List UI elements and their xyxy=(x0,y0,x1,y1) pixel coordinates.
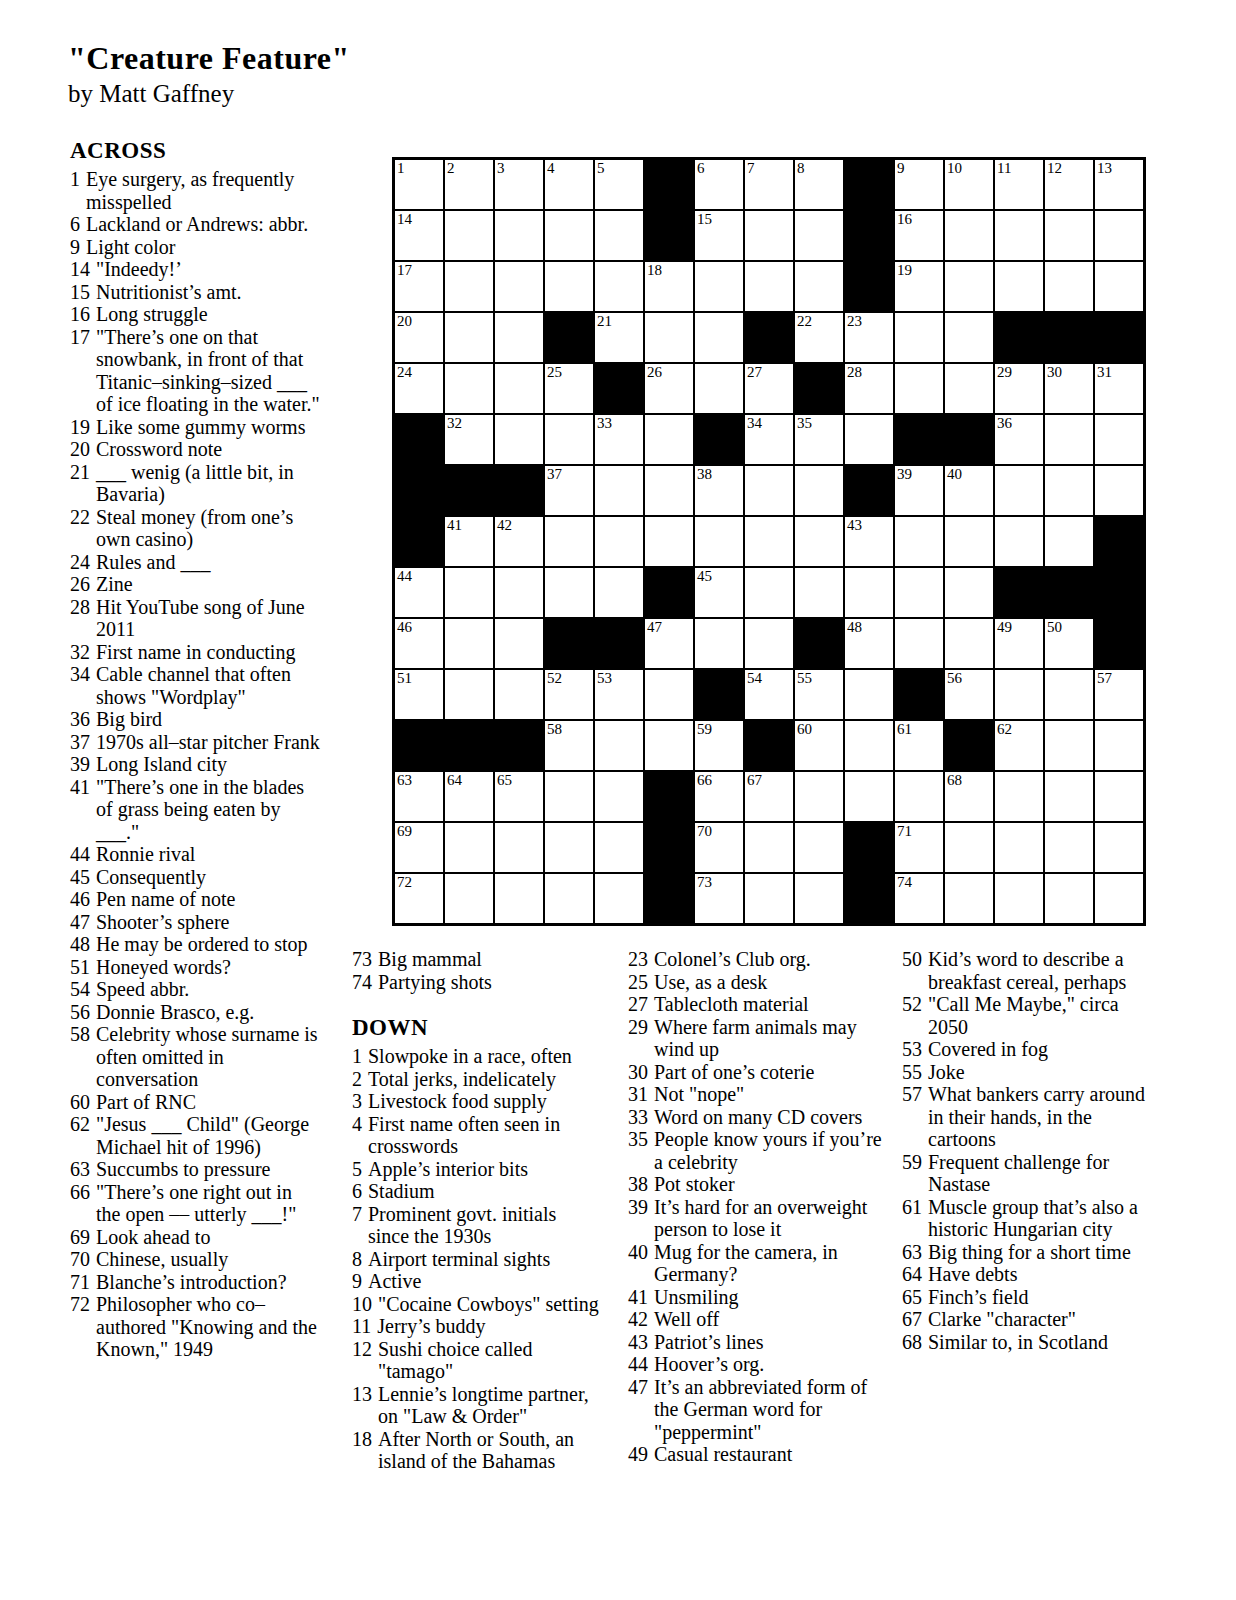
clue-number: 70 xyxy=(70,1248,90,1271)
cell-r12c9[interactable]: 60 xyxy=(794,720,844,771)
cell-r2c11[interactable]: 16 xyxy=(894,210,944,261)
cell-r5c14[interactable]: 30 xyxy=(1044,363,1094,414)
cell-r13c1[interactable]: 63 xyxy=(394,771,444,822)
cell-number: 19 xyxy=(897,262,912,279)
clue-text: Philosopher who co–authored "Knowing and… xyxy=(96,1293,320,1361)
cell-r9c7[interactable]: 45 xyxy=(694,567,744,618)
cell-r4c1[interactable]: 20 xyxy=(394,312,444,363)
cell-r14c12[interactable] xyxy=(944,822,994,873)
cell-r5c3[interactable] xyxy=(494,363,544,414)
cell-r13c7[interactable]: 66 xyxy=(694,771,744,822)
cell-r14c14[interactable] xyxy=(1044,822,1094,873)
down-clue-50: 50Kid’s word to describe a breakfast cer… xyxy=(902,948,1160,993)
down-clue-23: 23Colonel’s Club org. xyxy=(628,948,882,971)
cell-r12c13[interactable]: 62 xyxy=(994,720,1044,771)
cell-r10c3[interactable] xyxy=(494,618,544,669)
cell-r11c12[interactable]: 56 xyxy=(944,669,994,720)
cell-r13c2[interactable]: 64 xyxy=(444,771,494,822)
cell-r11c1[interactable]: 51 xyxy=(394,669,444,720)
across-clue-22: 22Steal money (from one’s own casino) xyxy=(70,506,320,551)
cell-r5c4[interactable]: 25 xyxy=(544,363,594,414)
clue-text: "There’s one right out in the open –– ut… xyxy=(96,1181,320,1226)
cell-r11c5[interactable]: 53 xyxy=(594,669,644,720)
cell-r13c9[interactable] xyxy=(794,771,844,822)
cell-r6c5[interactable]: 33 xyxy=(594,414,644,465)
cell-r9c12[interactable] xyxy=(944,567,994,618)
cell-r10c12[interactable] xyxy=(944,618,994,669)
clue-number: 49 xyxy=(628,1443,648,1466)
clue-number: 42 xyxy=(628,1308,648,1331)
clue-text: "Call Me Maybe," circa 2050 xyxy=(928,993,1160,1038)
clue-number: 35 xyxy=(628,1128,648,1173)
black-cell xyxy=(644,159,694,210)
cell-r9c9[interactable] xyxy=(794,567,844,618)
down-clue-59: 59Frequent challenge for Nastase xyxy=(902,1151,1160,1196)
cell-r2c9[interactable] xyxy=(794,210,844,261)
cell-r7c5[interactable] xyxy=(594,465,644,516)
cell-r9c11[interactable] xyxy=(894,567,944,618)
cell-r4c10[interactable]: 23 xyxy=(844,312,894,363)
down-clue-41: 41Unsmiling xyxy=(628,1286,882,1309)
black-cell xyxy=(944,414,994,465)
across-clue-20: 20Crossword note xyxy=(70,438,320,461)
clue-number: 72 xyxy=(70,1293,90,1361)
puzzle-title: "Creature Feature" xyxy=(68,40,350,76)
cell-number: 34 xyxy=(747,415,762,432)
cell-r3c3[interactable] xyxy=(494,261,544,312)
clue-number: 61 xyxy=(902,1196,922,1241)
cell-number: 36 xyxy=(997,415,1012,432)
cell-r2c2[interactable] xyxy=(444,210,494,261)
cell-r11c13[interactable] xyxy=(994,669,1044,720)
cell-r5c13[interactable]: 29 xyxy=(994,363,1044,414)
clue-number: 6 xyxy=(352,1180,362,1203)
black-cell xyxy=(494,720,544,771)
cell-number: 44 xyxy=(397,568,412,585)
cell-r3c15[interactable] xyxy=(1094,261,1144,312)
cell-r5c1[interactable]: 24 xyxy=(394,363,444,414)
cell-r8c5[interactable] xyxy=(594,516,644,567)
cell-r2c5[interactable] xyxy=(594,210,644,261)
cell-r3c14[interactable] xyxy=(1044,261,1094,312)
cell-r1c1[interactable]: 1 xyxy=(394,159,444,210)
cell-r13c15[interactable] xyxy=(1094,771,1144,822)
cell-r8c11[interactable] xyxy=(894,516,944,567)
cell-r15c1[interactable]: 72 xyxy=(394,873,444,924)
clue-number: 45 xyxy=(70,866,90,889)
cell-r14c3[interactable] xyxy=(494,822,544,873)
cell-r12c15[interactable] xyxy=(1094,720,1144,771)
cell-r15c7[interactable]: 73 xyxy=(694,873,744,924)
cell-r5c12[interactable] xyxy=(944,363,994,414)
cell-number: 22 xyxy=(797,313,812,330)
clue-text: Where farm animals may wind up xyxy=(654,1016,882,1061)
clue-number: 4 xyxy=(352,1113,362,1158)
cell-r10c8[interactable] xyxy=(744,618,794,669)
cell-r3c7[interactable] xyxy=(694,261,744,312)
cell-r15c5[interactable] xyxy=(594,873,644,924)
cell-r3c5[interactable] xyxy=(594,261,644,312)
cell-r3c11[interactable]: 19 xyxy=(894,261,944,312)
cell-r12c5[interactable] xyxy=(594,720,644,771)
cell-r2c12[interactable] xyxy=(944,210,994,261)
cell-number: 33 xyxy=(597,415,612,432)
cell-r8c9[interactable] xyxy=(794,516,844,567)
cell-r10c10[interactable]: 48 xyxy=(844,618,894,669)
cell-r10c6[interactable]: 47 xyxy=(644,618,694,669)
cell-number: 14 xyxy=(397,211,412,228)
cell-r15c11[interactable]: 74 xyxy=(894,873,944,924)
cell-r13c10[interactable] xyxy=(844,771,894,822)
cell-r13c4[interactable] xyxy=(544,771,594,822)
cell-r13c11[interactable] xyxy=(894,771,944,822)
cell-number: 21 xyxy=(597,313,612,330)
cell-r12c11[interactable]: 61 xyxy=(894,720,944,771)
cell-r1c13[interactable]: 11 xyxy=(994,159,1044,210)
cell-r2c4[interactable] xyxy=(544,210,594,261)
cell-r15c8[interactable] xyxy=(744,873,794,924)
cell-r6c4[interactable] xyxy=(544,414,594,465)
cell-r7c12[interactable]: 40 xyxy=(944,465,994,516)
cell-r6c9[interactable]: 35 xyxy=(794,414,844,465)
cell-r11c9[interactable]: 55 xyxy=(794,669,844,720)
clue-text: Apple’s interior bits xyxy=(368,1158,602,1181)
cell-r3c13[interactable] xyxy=(994,261,1044,312)
cell-r15c14[interactable] xyxy=(1044,873,1094,924)
down-clue-57: 57What bankers carry around in their han… xyxy=(902,1083,1160,1151)
cell-r14c11[interactable]: 71 xyxy=(894,822,944,873)
cell-r7c11[interactable]: 39 xyxy=(894,465,944,516)
clue-text: "Indeedy!’ xyxy=(96,258,320,281)
cell-r1c7[interactable]: 6 xyxy=(694,159,744,210)
cell-number: 45 xyxy=(697,568,712,585)
cell-number: 65 xyxy=(497,772,512,789)
clue-number: 25 xyxy=(628,971,648,994)
cell-r11c10[interactable] xyxy=(844,669,894,720)
cell-number: 61 xyxy=(897,721,912,738)
cell-r5c11[interactable] xyxy=(894,363,944,414)
black-cell xyxy=(1094,618,1144,669)
cell-r10c13[interactable]: 49 xyxy=(994,618,1044,669)
clue-text: Pen name of note xyxy=(96,888,320,911)
cell-r1c11[interactable]: 9 xyxy=(894,159,944,210)
cell-r11c2[interactable] xyxy=(444,669,494,720)
clue-number: 19 xyxy=(70,416,90,439)
cell-r6c6[interactable] xyxy=(644,414,694,465)
cell-r7c4[interactable]: 37 xyxy=(544,465,594,516)
down-clue-39: 39It’s hard for an overweight person to … xyxy=(628,1196,882,1241)
cell-r3c12[interactable] xyxy=(944,261,994,312)
across-clue-72: 72Philosopher who co–authored "Knowing a… xyxy=(70,1293,320,1361)
cell-r4c3[interactable] xyxy=(494,312,544,363)
cell-r15c2[interactable] xyxy=(444,873,494,924)
clue-text: Patriot’s lines xyxy=(654,1331,882,1354)
clue-number: 34 xyxy=(70,663,90,708)
cell-r15c13[interactable] xyxy=(994,873,1044,924)
cell-r10c1[interactable]: 46 xyxy=(394,618,444,669)
cell-number: 35 xyxy=(797,415,812,432)
clue-column-across: ACROSS1Eye surgery, as frequently misspe… xyxy=(70,138,320,1361)
down-clue-40: 40Mug for the camera, in Germany? xyxy=(628,1241,882,1286)
cell-r15c4[interactable] xyxy=(544,873,594,924)
clue-text: Shooter’s sphere xyxy=(96,911,320,934)
cell-r1c15[interactable]: 13 xyxy=(1094,159,1144,210)
cell-r14c8[interactable] xyxy=(744,822,794,873)
cell-r15c9[interactable] xyxy=(794,873,844,924)
across-clue-24: 24Rules and ___ xyxy=(70,551,320,574)
cell-r14c15[interactable] xyxy=(1094,822,1144,873)
cell-r11c14[interactable] xyxy=(1044,669,1094,720)
clue-text: Succumbs to pressure xyxy=(96,1158,320,1181)
cell-r10c2[interactable] xyxy=(444,618,494,669)
black-cell xyxy=(644,567,694,618)
across-clue-46: 46Pen name of note xyxy=(70,888,320,911)
cell-r8c2[interactable]: 41 xyxy=(444,516,494,567)
black-cell xyxy=(644,771,694,822)
cell-r7c9[interactable] xyxy=(794,465,844,516)
cell-r1c5[interactable]: 5 xyxy=(594,159,644,210)
cell-r13c8[interactable]: 67 xyxy=(744,771,794,822)
cell-r2c14[interactable] xyxy=(1044,210,1094,261)
cell-r3c6[interactable]: 18 xyxy=(644,261,694,312)
cell-number: 12 xyxy=(1047,160,1062,177)
cell-r8c3[interactable]: 42 xyxy=(494,516,544,567)
clue-number: 59 xyxy=(902,1151,922,1196)
cell-r13c12[interactable]: 68 xyxy=(944,771,994,822)
clue-number: 29 xyxy=(628,1016,648,1061)
down-clue-68: 68Similar to, in Scotland xyxy=(902,1331,1160,1354)
cell-r6c13[interactable]: 36 xyxy=(994,414,1044,465)
cell-number: 73 xyxy=(697,874,712,891)
cell-r7c13[interactable] xyxy=(994,465,1044,516)
cell-r1c8[interactable]: 7 xyxy=(744,159,794,210)
cell-number: 5 xyxy=(597,160,605,177)
clue-number: 55 xyxy=(902,1061,922,1084)
cell-r9c3[interactable] xyxy=(494,567,544,618)
cell-r12c14[interactable] xyxy=(1044,720,1094,771)
clue-number: 9 xyxy=(352,1270,362,1293)
cell-r9c10[interactable] xyxy=(844,567,894,618)
cell-r4c12[interactable] xyxy=(944,312,994,363)
clue-text: 1970s all–star pitcher Frank xyxy=(96,731,320,754)
cell-r8c6[interactable] xyxy=(644,516,694,567)
cell-r4c2[interactable] xyxy=(444,312,494,363)
clue-text: Long Island city xyxy=(96,753,320,776)
cell-r12c7[interactable]: 59 xyxy=(694,720,744,771)
cell-r7c7[interactable]: 38 xyxy=(694,465,744,516)
cell-r15c12[interactable] xyxy=(944,873,994,924)
cell-r11c3[interactable] xyxy=(494,669,544,720)
cell-r8c8[interactable] xyxy=(744,516,794,567)
cell-r2c8[interactable] xyxy=(744,210,794,261)
cell-r8c4[interactable] xyxy=(544,516,594,567)
cell-number: 51 xyxy=(397,670,412,687)
cell-number: 29 xyxy=(997,364,1012,381)
cell-r4c7[interactable] xyxy=(694,312,744,363)
cell-r9c8[interactable] xyxy=(744,567,794,618)
cell-r8c10[interactable]: 43 xyxy=(844,516,894,567)
cell-r9c4[interactable] xyxy=(544,567,594,618)
clue-text: Honeyed words? xyxy=(96,956,320,979)
cell-r10c14[interactable]: 50 xyxy=(1044,618,1094,669)
cell-r3c1[interactable]: 17 xyxy=(394,261,444,312)
cell-r8c12[interactable] xyxy=(944,516,994,567)
down-clue-7: 7Prominent govt. initials since the 1930… xyxy=(352,1203,602,1248)
cell-number: 46 xyxy=(397,619,412,636)
cell-r11c15[interactable]: 57 xyxy=(1094,669,1144,720)
clue-number: 53 xyxy=(902,1038,922,1061)
cell-r13c13[interactable] xyxy=(994,771,1044,822)
cell-r10c7[interactable] xyxy=(694,618,744,669)
clue-text: Well off xyxy=(654,1308,882,1331)
cell-r6c15[interactable] xyxy=(1094,414,1144,465)
down-header: DOWN xyxy=(352,1015,602,1041)
cell-r4c5[interactable]: 21 xyxy=(594,312,644,363)
cell-r11c4[interactable]: 52 xyxy=(544,669,594,720)
cell-r5c10[interactable]: 28 xyxy=(844,363,894,414)
across-clue-56: 56Donnie Brasco, e.g. xyxy=(70,1001,320,1024)
clue-text: He may be ordered to stop xyxy=(96,933,320,956)
clue-number: 46 xyxy=(70,888,90,911)
across-clue-6: 6Lackland or Andrews: abbr. xyxy=(70,213,320,236)
down-clue-29: 29Where farm animals may wind up xyxy=(628,1016,882,1061)
cell-r1c4[interactable]: 4 xyxy=(544,159,594,210)
cell-r5c15[interactable]: 31 xyxy=(1094,363,1144,414)
cell-r13c3[interactable]: 65 xyxy=(494,771,544,822)
down-clue-4: 4First name often seen in crosswords xyxy=(352,1113,602,1158)
cell-number: 11 xyxy=(997,160,1011,177)
clue-text: ___ wenig (a little bit, in Bavaria) xyxy=(96,461,320,506)
cell-r2c1[interactable]: 14 xyxy=(394,210,444,261)
cell-r9c2[interactable] xyxy=(444,567,494,618)
clue-number: 62 xyxy=(70,1113,90,1158)
cell-r4c11[interactable] xyxy=(894,312,944,363)
cell-r3c8[interactable] xyxy=(744,261,794,312)
clue-number: 14 xyxy=(70,258,90,281)
cell-r13c14[interactable] xyxy=(1044,771,1094,822)
clue-text: It’s hard for an overweight person to lo… xyxy=(654,1196,882,1241)
clue-number: 66 xyxy=(70,1181,90,1226)
clue-text: Covered in fog xyxy=(928,1038,1160,1061)
clue-text: Mug for the camera, in Germany? xyxy=(654,1241,882,1286)
cell-number: 56 xyxy=(947,670,962,687)
cell-r14c7[interactable]: 70 xyxy=(694,822,744,873)
cell-r9c5[interactable] xyxy=(594,567,644,618)
cell-r3c4[interactable] xyxy=(544,261,594,312)
cell-r3c2[interactable] xyxy=(444,261,494,312)
black-cell xyxy=(644,822,694,873)
cell-r5c2[interactable] xyxy=(444,363,494,414)
clue-text: Zine xyxy=(96,573,320,596)
cell-r1c2[interactable]: 2 xyxy=(444,159,494,210)
cell-r13c5[interactable] xyxy=(594,771,644,822)
cell-r7c8[interactable] xyxy=(744,465,794,516)
cell-r2c3[interactable] xyxy=(494,210,544,261)
clue-number: 26 xyxy=(70,573,90,596)
cell-r14c1[interactable]: 69 xyxy=(394,822,444,873)
clue-number: 9 xyxy=(70,236,80,259)
crossword-grid: 1234567891011121314151617181920212223242… xyxy=(392,157,1146,926)
cell-r8c13[interactable] xyxy=(994,516,1044,567)
cell-r9c1[interactable]: 44 xyxy=(394,567,444,618)
clue-number: 2 xyxy=(352,1068,362,1091)
cell-r10c11[interactable] xyxy=(894,618,944,669)
cell-r3c9[interactable] xyxy=(794,261,844,312)
across-clue-19: 19Like some gummy worms xyxy=(70,416,320,439)
cell-r12c6[interactable] xyxy=(644,720,694,771)
clue-number: 30 xyxy=(628,1061,648,1084)
cell-r1c3[interactable]: 3 xyxy=(494,159,544,210)
clue-number: 15 xyxy=(70,281,90,304)
clue-text: Kid’s word to describe a breakfast cerea… xyxy=(928,948,1160,993)
cell-r14c13[interactable] xyxy=(994,822,1044,873)
cell-r1c14[interactable]: 12 xyxy=(1044,159,1094,210)
cell-r11c8[interactable]: 54 xyxy=(744,669,794,720)
cell-r6c10[interactable] xyxy=(844,414,894,465)
cell-r2c13[interactable] xyxy=(994,210,1044,261)
cell-r1c9[interactable]: 8 xyxy=(794,159,844,210)
cell-r5c6[interactable]: 26 xyxy=(644,363,694,414)
cell-r7c15[interactable] xyxy=(1094,465,1144,516)
down-clue-35: 35People know yours if you’re a celebrit… xyxy=(628,1128,882,1173)
clue-text: Total jerks, indelicately xyxy=(368,1068,602,1091)
cell-r14c4[interactable] xyxy=(544,822,594,873)
cell-r1c12[interactable]: 10 xyxy=(944,159,994,210)
cell-r8c14[interactable] xyxy=(1044,516,1094,567)
cell-r12c10[interactable] xyxy=(844,720,894,771)
black-cell xyxy=(594,363,644,414)
down-clue-25: 25Use, as a desk xyxy=(628,971,882,994)
cell-r6c3[interactable] xyxy=(494,414,544,465)
cell-r5c8[interactable]: 27 xyxy=(744,363,794,414)
cell-r14c5[interactable] xyxy=(594,822,644,873)
black-cell xyxy=(644,210,694,261)
cell-r14c9[interactable] xyxy=(794,822,844,873)
down-clue-27: 27Tablecloth material xyxy=(628,993,882,1016)
cell-r8c7[interactable] xyxy=(694,516,744,567)
cell-r6c8[interactable]: 34 xyxy=(744,414,794,465)
cell-r5c7[interactable] xyxy=(694,363,744,414)
cell-r14c2[interactable] xyxy=(444,822,494,873)
cell-r11c6[interactable] xyxy=(644,669,694,720)
cell-number: 18 xyxy=(647,262,662,279)
cell-number: 39 xyxy=(897,466,912,483)
cell-r6c14[interactable] xyxy=(1044,414,1094,465)
cell-r7c6[interactable] xyxy=(644,465,694,516)
cell-r4c9[interactable]: 22 xyxy=(794,312,844,363)
clue-number: 8 xyxy=(352,1248,362,1271)
down-clue-8: 8Airport terminal sights xyxy=(352,1248,602,1271)
down-clue-64: 64Have debts xyxy=(902,1263,1160,1286)
cell-r15c3[interactable] xyxy=(494,873,544,924)
cell-r15c15[interactable] xyxy=(1094,873,1144,924)
cell-number: 52 xyxy=(547,670,562,687)
black-cell xyxy=(394,414,444,465)
cell-r2c7[interactable]: 15 xyxy=(694,210,744,261)
cell-number: 42 xyxy=(497,517,512,534)
clue-text: Big thing for a short time xyxy=(928,1241,1160,1264)
cell-r12c4[interactable]: 58 xyxy=(544,720,594,771)
cell-number: 66 xyxy=(697,772,712,789)
clue-text: "There’s one in the blades of grass bein… xyxy=(96,776,320,844)
cell-r2c15[interactable] xyxy=(1094,210,1144,261)
clue-number: 43 xyxy=(628,1331,648,1354)
clue-text: Cable channel that often shows "Wordplay… xyxy=(96,663,320,708)
cell-number: 54 xyxy=(747,670,762,687)
cell-r6c2[interactable]: 32 xyxy=(444,414,494,465)
cell-r4c6[interactable] xyxy=(644,312,694,363)
cell-r7c14[interactable] xyxy=(1044,465,1094,516)
